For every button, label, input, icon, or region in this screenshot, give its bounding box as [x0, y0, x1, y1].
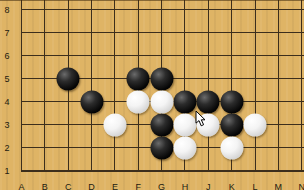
stone-white-E3[interactable] [103, 113, 126, 136]
grid-hline-7 [21, 32, 304, 33]
grid-hline-6 [21, 55, 304, 56]
row-label-2: 2 [4, 143, 9, 152]
go-board-screen[interactable]: 87654321ABCDEFGHJKLMN [0, 0, 304, 190]
grid-vline-M [278, 0, 279, 172]
column-label-H: H [182, 182, 189, 190]
row-label-1: 1 [4, 166, 9, 175]
stone-white-J3[interactable] [197, 113, 220, 136]
column-label-N: N [298, 182, 304, 190]
stone-white-G4[interactable] [150, 90, 173, 113]
stone-white-K2[interactable] [220, 136, 243, 159]
stone-black-K3[interactable] [220, 113, 243, 136]
grid-vline-J [208, 0, 209, 172]
grid-vline-D [91, 0, 92, 172]
column-label-B: B [42, 182, 48, 190]
stone-black-C5[interactable] [57, 67, 80, 90]
column-label-J: J [206, 182, 211, 190]
grid-vline-N [301, 0, 302, 172]
column-label-M: M [275, 182, 283, 190]
column-label-D: D [88, 182, 95, 190]
row-label-6: 6 [4, 51, 9, 60]
stone-black-K4[interactable] [220, 90, 243, 113]
row-label-4: 4 [4, 97, 9, 106]
column-label-A: A [18, 182, 24, 190]
grid-vline-B [44, 0, 45, 172]
stone-black-G3[interactable] [150, 113, 173, 136]
row-label-7: 7 [4, 28, 9, 37]
stone-black-F5[interactable] [127, 67, 150, 90]
grid-vline-E [114, 0, 115, 172]
stone-black-G2[interactable] [150, 136, 173, 159]
grid-vline-A [21, 0, 22, 172]
stone-black-J4[interactable] [197, 90, 220, 113]
column-label-F: F [136, 182, 142, 190]
row-label-8: 8 [4, 5, 9, 14]
stone-white-L3[interactable] [244, 113, 267, 136]
column-label-L: L [252, 182, 257, 190]
stone-white-H3[interactable] [173, 113, 196, 136]
row-label-5: 5 [4, 74, 9, 83]
grid-vline-L [255, 0, 256, 172]
column-label-G: G [158, 182, 165, 190]
column-label-K: K [229, 182, 235, 190]
stone-white-F4[interactable] [127, 90, 150, 113]
stone-black-H4[interactable] [173, 90, 196, 113]
grid-hline-1 [21, 170, 304, 172]
stone-black-G5[interactable] [150, 67, 173, 90]
stone-black-D4[interactable] [80, 90, 103, 113]
column-label-C: C [65, 182, 72, 190]
row-label-3: 3 [4, 120, 9, 129]
column-label-E: E [112, 182, 118, 190]
stone-white-H2[interactable] [173, 136, 196, 159]
grid-hline-8 [21, 9, 304, 10]
